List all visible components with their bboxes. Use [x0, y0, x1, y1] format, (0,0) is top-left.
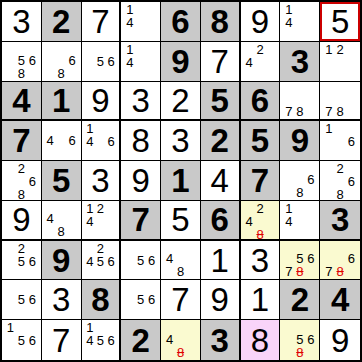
cell-r6c2[interactable]: 48	[42, 201, 82, 241]
candidate-8: 8	[294, 346, 305, 359]
cell-r9c3[interactable]: 1456	[82, 320, 122, 360]
cell-value: 9	[211, 283, 229, 316]
candidate-6: 6	[27, 334, 38, 347]
cell-value: 9	[331, 324, 349, 357]
cell-r9c6[interactable]: 3	[201, 320, 241, 360]
cell-value: 9	[91, 84, 109, 117]
candidate-8: 8	[175, 265, 186, 278]
cell-value: 3	[251, 244, 269, 277]
cell-r8c1[interactable]: 56	[2, 280, 42, 320]
candidate-8: 8	[175, 346, 186, 359]
cell-value: 6	[171, 5, 189, 38]
cell-value: 4	[12, 84, 30, 117]
candidate-5: 5	[135, 254, 146, 267]
cell-value: 9	[12, 203, 30, 236]
candidate-grid: 56	[124, 242, 157, 279]
candidate-6: 6	[67, 54, 78, 67]
cell-value: 2	[132, 324, 150, 357]
cell-r5c2[interactable]: 5	[42, 161, 82, 201]
cell-r1c7[interactable]: 9	[241, 2, 281, 42]
cell-r6c3[interactable]: 124	[82, 201, 122, 241]
cell-value: 2	[211, 124, 229, 157]
candidate-6: 6	[146, 254, 157, 267]
cell-r5c8[interactable]: 68	[280, 161, 320, 201]
cell-r3c2[interactable]: 1	[42, 82, 82, 122]
cell-r4c3[interactable]: 146	[82, 121, 122, 161]
cell-r4c5[interactable]: 3	[161, 121, 201, 161]
candidate-1: 1	[283, 202, 294, 215]
cell-value: 1	[171, 164, 189, 197]
cell-r2c7[interactable]: 24	[241, 42, 281, 82]
candidate-6: 6	[346, 135, 357, 148]
candidate-4: 4	[85, 255, 96, 268]
candidate-8: 8	[294, 265, 305, 278]
cell-value: 8	[132, 124, 150, 157]
cell-r9c8[interactable]: 568	[280, 320, 320, 360]
candidate-grid: 678	[323, 242, 357, 279]
cell-r5c6[interactable]: 4	[201, 161, 241, 201]
cell-r4c7[interactable]: 5	[241, 121, 281, 161]
cell-r6c5[interactable]: 5	[161, 201, 201, 241]
cell-value: 3	[331, 203, 349, 236]
cell-value: 3	[132, 84, 150, 117]
candidate-1: 1	[85, 202, 96, 215]
candidate-grid: 46	[45, 122, 78, 159]
cell-r7c3[interactable]: 2456	[82, 241, 122, 281]
candidate-6: 6	[106, 135, 117, 148]
cell-r4c1[interactable]: 7	[2, 121, 42, 161]
candidate-2: 2	[255, 202, 266, 215]
candidate-6: 6	[67, 134, 78, 147]
cell-r7c9[interactable]: 678	[320, 241, 360, 281]
cell-r8c9[interactable]: 4	[320, 280, 360, 320]
candidate-4: 4	[244, 56, 255, 69]
cell-r3c5[interactable]: 2	[161, 82, 201, 122]
cell-r2c2[interactable]: 68	[42, 42, 82, 82]
cell-value: 5	[171, 203, 189, 236]
cell-value: 3	[12, 5, 30, 38]
candidate-4: 4	[124, 56, 135, 69]
candidate-8: 8	[334, 105, 345, 118]
candidate-grid: 2456	[85, 242, 117, 279]
candidate-grid: 14	[283, 3, 316, 40]
cell-r1c8[interactable]: 14	[280, 2, 320, 42]
cell-r6c6[interactable]: 6	[201, 201, 241, 241]
candidate-grid: 48	[45, 202, 78, 238]
cell-value: 3	[171, 124, 189, 157]
cell-value: 3	[291, 45, 309, 78]
candidate-4: 4	[283, 215, 294, 228]
candidate-grid: 68	[283, 162, 316, 199]
cell-value: 8	[211, 5, 229, 38]
candidate-grid: 78	[283, 83, 316, 119]
cell-r5c9[interactable]: 268	[320, 161, 360, 201]
candidate-6: 6	[106, 255, 117, 268]
candidate-2: 2	[16, 242, 27, 255]
candidate-8: 8	[56, 225, 67, 238]
cell-value: 7	[171, 283, 189, 316]
cell-value: 1	[251, 283, 269, 316]
cell-r3c3[interactable]: 9	[82, 82, 122, 122]
candidate-2: 2	[334, 162, 345, 175]
candidate-6: 6	[106, 334, 117, 347]
candidate-7: 7	[283, 265, 294, 278]
cell-r9c5[interactable]: 48	[161, 320, 201, 360]
cell-r9c9[interactable]: 9	[320, 320, 360, 360]
cell-value: 3	[211, 324, 229, 357]
candidate-8: 8	[16, 67, 27, 80]
candidate-8: 8	[294, 186, 305, 199]
candidate-6: 6	[106, 55, 117, 68]
cell-r6c8[interactable]: 14	[280, 201, 320, 241]
cell-value: 4	[331, 283, 349, 316]
candidate-grid: 78	[323, 83, 357, 119]
cell-value: 1	[52, 84, 70, 117]
candidate-8: 8	[16, 188, 27, 201]
candidate-grid: 568	[283, 321, 316, 359]
cell-value: 9	[171, 45, 189, 78]
cell-value: 6	[251, 84, 269, 117]
sudoku-board: 3271468914556868561497243124193256787874…	[0, 0, 362, 362]
cell-r6c1[interactable]: 9	[2, 201, 42, 241]
candidate-grid: 156	[5, 321, 38, 359]
cell-value: 9	[251, 5, 269, 38]
cell-r7c2[interactable]: 9	[42, 241, 82, 281]
cell-r3c6[interactable]: 5	[201, 82, 241, 122]
cell-value: 2	[291, 283, 309, 316]
cell-value: 2	[52, 5, 70, 38]
cell-r3c8[interactable]: 78	[280, 82, 320, 122]
cell-r7c5[interactable]: 48	[161, 241, 201, 281]
cell-r1c2[interactable]: 2	[42, 2, 82, 42]
cell-r1c5[interactable]: 6	[161, 2, 201, 42]
candidate-5: 5	[135, 293, 146, 306]
cell-r5c1[interactable]: 268	[2, 161, 42, 201]
cell-r3c7[interactable]: 6	[241, 82, 281, 122]
cell-r9c7[interactable]: 8	[241, 320, 281, 360]
candidate-grid: 124	[85, 202, 117, 238]
candidate-8: 8	[334, 265, 345, 278]
candidate-grid: 1456	[85, 321, 117, 359]
candidate-4: 4	[164, 252, 175, 265]
cell-r8c5[interactable]: 7	[161, 280, 201, 320]
cell-r1c4[interactable]: 14	[121, 2, 161, 42]
cell-value: 5	[52, 164, 70, 197]
cell-r1c3[interactable]: 7	[82, 2, 122, 42]
cell-r7c1[interactable]: 256	[2, 241, 42, 281]
cell-value: 8	[91, 283, 109, 316]
cell-value: 9	[52, 244, 70, 277]
cell-value: 8	[251, 324, 269, 357]
cell-value: 7	[91, 5, 109, 38]
candidate-5: 5	[95, 334, 106, 347]
cell-r3c4[interactable]: 3	[121, 82, 161, 122]
candidate-4: 4	[164, 333, 175, 346]
candidate-1: 1	[124, 43, 135, 56]
candidate-grid: 56	[124, 281, 157, 318]
candidate-8: 8	[294, 105, 305, 118]
cell-value: 7	[52, 324, 70, 357]
cell-r8c2[interactable]: 3	[42, 280, 82, 320]
candidate-8: 8	[56, 67, 67, 80]
cell-r8c8[interactable]: 2	[280, 280, 320, 320]
cell-r5c3[interactable]: 3	[82, 161, 122, 201]
candidate-2: 2	[334, 43, 345, 56]
candidate-grid: 248	[244, 202, 277, 238]
candidate-7: 7	[323, 105, 334, 118]
candidate-grid: 56	[85, 43, 117, 80]
cell-value: 7	[251, 164, 269, 197]
cell-r7c6[interactable]: 1	[201, 241, 241, 281]
cell-r2c6[interactable]: 7	[201, 42, 241, 82]
candidate-6: 6	[305, 252, 316, 265]
cell-r2c8[interactable]: 3	[280, 42, 320, 82]
cell-value: 6	[211, 203, 229, 236]
cell-value: 7	[12, 124, 30, 157]
cell-value: 1	[211, 244, 229, 277]
candidate-4: 4	[244, 215, 255, 228]
candidate-4: 4	[283, 16, 294, 29]
cell-value: 5	[331, 5, 349, 38]
cell-value: 4	[211, 164, 229, 197]
cell-value: 5	[251, 124, 269, 157]
cell-r4c6[interactable]: 2	[201, 121, 241, 161]
cell-r4c2[interactable]: 46	[42, 121, 82, 161]
candidate-2: 2	[95, 202, 106, 215]
cell-r6c7[interactable]: 248	[241, 201, 281, 241]
cell-r7c4[interactable]: 56	[121, 241, 161, 281]
cell-r6c9[interactable]: 3	[320, 201, 360, 241]
candidate-6: 6	[346, 175, 357, 188]
candidate-grid: 48	[164, 321, 197, 359]
candidate-6: 6	[27, 255, 38, 268]
candidate-5: 5	[95, 55, 106, 68]
candidate-grid: 24	[244, 43, 277, 80]
candidate-grid: 268	[323, 162, 357, 199]
candidate-grid: 16	[323, 122, 357, 159]
cell-r5c4[interactable]: 9	[121, 161, 161, 201]
cell-r8c4[interactable]: 56	[121, 280, 161, 320]
cell-r1c6[interactable]: 8	[201, 2, 241, 42]
candidate-grid: 256	[5, 242, 38, 279]
cell-r3c9[interactable]: 78	[320, 82, 360, 122]
candidate-grid: 14	[283, 202, 316, 238]
candidate-6: 6	[27, 54, 38, 67]
candidate-4: 4	[45, 134, 56, 147]
cell-r2c5[interactable]: 9	[161, 42, 201, 82]
cell-r9c4[interactable]: 2	[121, 320, 161, 360]
cell-value: 3	[91, 164, 109, 197]
candidate-6: 6	[346, 252, 357, 265]
candidate-6: 6	[27, 175, 38, 188]
cell-r4c9[interactable]: 16	[320, 121, 360, 161]
cell-r3c1[interactable]: 4	[2, 82, 42, 122]
candidate-grid: 14	[124, 43, 157, 80]
candidate-4: 4	[85, 215, 96, 228]
cell-value: 9	[132, 164, 150, 197]
cell-r1c9[interactable]: 5	[320, 2, 360, 42]
cell-r8c3[interactable]: 8	[82, 280, 122, 320]
candidate-grid: 568	[5, 43, 38, 80]
candidate-2: 2	[255, 43, 266, 56]
cell-r2c4[interactable]: 14	[121, 42, 161, 82]
candidate-4: 4	[124, 16, 135, 29]
candidate-6: 6	[146, 293, 157, 306]
cell-r2c1[interactable]: 568	[2, 42, 42, 82]
cell-r9c1[interactable]: 156	[2, 320, 42, 360]
candidate-5: 5	[16, 293, 27, 306]
cell-r9c2[interactable]: 7	[42, 320, 82, 360]
cell-r5c5[interactable]: 1	[161, 161, 201, 201]
candidate-8: 8	[334, 188, 345, 201]
candidate-grid: 268	[5, 162, 38, 199]
candidate-1: 1	[323, 43, 334, 56]
cell-value: 7	[132, 203, 150, 236]
candidate-7: 7	[283, 105, 294, 118]
candidate-grid: 68	[45, 43, 78, 80]
candidate-5: 5	[16, 54, 27, 67]
candidate-5: 5	[16, 255, 27, 268]
cell-r4c8[interactable]: 9	[280, 121, 320, 161]
cell-r8c7[interactable]: 1	[241, 280, 281, 320]
cell-value: 5	[211, 84, 229, 117]
candidate-grid: 146	[85, 122, 117, 159]
candidate-2: 2	[16, 162, 27, 175]
candidate-1: 1	[5, 321, 16, 334]
candidate-8: 8	[255, 228, 266, 241]
candidate-grid: 48	[164, 242, 197, 279]
cell-value: 2	[171, 84, 189, 117]
candidate-7: 7	[323, 265, 334, 278]
candidate-6: 6	[305, 173, 316, 186]
cell-value: 3	[52, 283, 70, 316]
cell-r7c7[interactable]: 3	[241, 241, 281, 281]
candidate-4: 4	[85, 334, 96, 347]
candidate-6: 6	[305, 333, 316, 346]
cell-value: 9	[291, 124, 309, 157]
candidate-grid: 14	[124, 3, 157, 40]
cell-value: 7	[211, 45, 229, 78]
cell-r8c6[interactable]: 9	[201, 280, 241, 320]
candidate-4: 4	[45, 212, 56, 225]
cell-r7c8[interactable]: 5678	[280, 241, 320, 281]
candidate-4: 4	[85, 135, 96, 148]
candidate-grid: 5678	[283, 242, 316, 279]
candidate-grid: 12	[323, 43, 357, 80]
cell-r4c4[interactable]: 8	[121, 121, 161, 161]
cell-r5c7[interactable]: 7	[241, 161, 281, 201]
candidate-6: 6	[27, 293, 38, 306]
cell-r2c9[interactable]: 12	[320, 42, 360, 82]
cell-r6c4[interactable]: 7	[121, 201, 161, 241]
candidate-2: 2	[95, 242, 106, 255]
candidate-grid: 56	[5, 281, 38, 318]
candidate-5: 5	[95, 255, 106, 268]
candidate-1: 1	[323, 122, 334, 135]
cell-r2c3[interactable]: 56	[82, 42, 122, 82]
candidate-5: 5	[16, 334, 27, 347]
cell-r1c1[interactable]: 3	[2, 2, 42, 42]
